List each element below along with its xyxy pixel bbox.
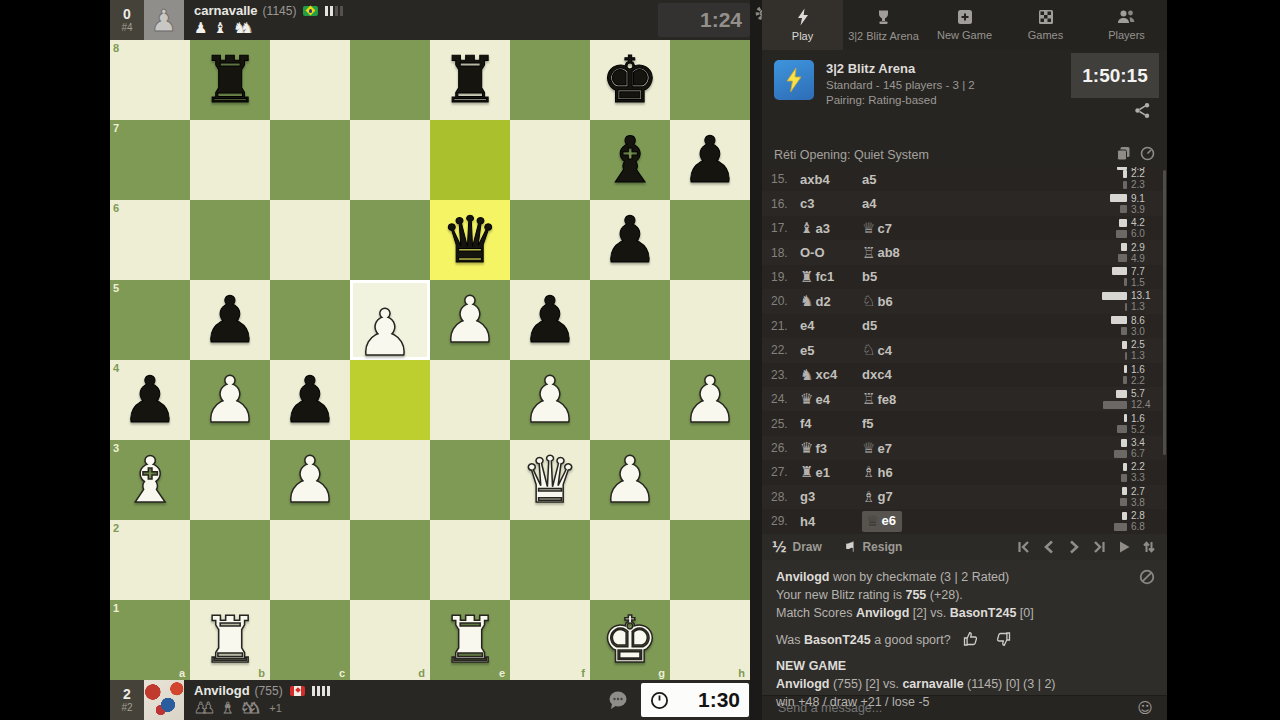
square-a8[interactable]: 8 [110,40,190,120]
black-rook-e8[interactable]: ♜ [430,40,510,120]
black-pawn-b5[interactable]: ♟ [190,280,270,360]
piece-icon: ♛ [800,390,813,408]
move-text: d5 [862,318,877,333]
piece-icon: ♕ [862,439,875,457]
square-a3[interactable]: 3♝ [110,440,190,520]
prev-move-button[interactable] [1041,539,1057,555]
white-bishop-a3[interactable]: ♝ [110,440,190,520]
white-pawn-g3[interactable]: ♟ [590,440,670,520]
move-list: 5.515.axb4a52.22.316.c3a49.13.917.♝a3♕c7… [762,167,1167,534]
move-text: f5 [862,416,874,431]
move-number: 28. [771,490,800,504]
white-move[interactable]: ♝a3 [800,219,862,237]
piece-icon: ♞ [800,366,813,384]
white-move[interactable]: ♞xc4 [800,366,862,384]
file-label: c [339,667,345,679]
square-c8[interactable] [270,40,350,120]
tab-label: New Game [937,29,992,41]
square-e3[interactable] [430,440,510,520]
captured-bishop: ♝ [221,699,234,717]
move-times: 8.63.0 [1111,315,1159,336]
move-number: 24. [771,392,800,406]
square-h4[interactable]: ♟ [670,360,750,440]
cycle-button[interactable] [1141,539,1157,555]
move-times: 2.94.9 [1118,242,1159,263]
bottom-player-bar: 2 #2 Anvilogd (755) ♟♟♝♞♞+1 [110,680,750,720]
rank-label: 1 [113,602,119,614]
square-e1[interactable]: e♜ [430,600,510,680]
black-rook-b8[interactable]: ♜ [190,40,270,120]
rank-label: 8 [113,42,119,54]
move-number: 16. [771,197,800,211]
square-h1[interactable]: h [670,600,750,680]
white-move[interactable]: O-O [800,245,862,260]
thumbs-up-icon[interactable] [963,631,979,647]
move-text: fc1 [815,269,834,284]
bolt-icon [795,8,811,26]
black-queen-e6[interactable]: ♛ [430,200,510,280]
move-text: ab8 [877,245,899,260]
square-f3[interactable]: ♛ [510,440,590,520]
top-nav: Play3|2 Blitz ArenaNew GameGamesPlayers [762,0,1167,50]
game-controls: ½ Draw ⚑ Resign [762,534,1167,560]
move-row-26: 26.♛f3♕e73.46.7 [762,436,1167,460]
piece-icon: ♗ [862,463,875,481]
rank-label: 7 [113,122,119,134]
move-text: xc4 [815,367,837,382]
move-text: axb4 [800,172,830,187]
move-row-17: 17.♝a3♕c74.26.0 [762,216,1167,240]
black-move[interactable]: ♕e7 [862,439,1114,457]
bottom-player-meta: Anvilogd (755) ♟♟♝♞♞+1 [194,683,330,717]
thumbs-down-icon[interactable] [995,631,1011,647]
move-number: 18. [771,246,800,260]
black-move[interactable]: b5 [862,269,1112,284]
chat-message: Match Scores Anvilogd [2] vs. BasonT245 … [776,605,1153,622]
play-button[interactable] [1116,539,1132,555]
file-label: a [179,667,185,679]
square-c5[interactable] [270,280,350,360]
tournament-rank: #4 [121,22,132,33]
trophy-icon [875,9,892,26]
move-text: f4 [800,416,812,431]
chess-board[interactable]: 8♜♜♚7♝♟6♛♟5♟♟♟♟4♟♟♟♟♟3♝♟♛♟21ab♜cde♜fg♚h [110,40,750,680]
file-label: e [499,667,505,679]
chat-panel: Anvilogd won by checkmate (3 | 2 Rated)Y… [762,560,1167,695]
black-move[interactable]: a5 [862,172,1123,187]
move-text: b5 [862,269,877,284]
move-text: h4 [800,514,815,529]
material-advantage: +1 [269,702,282,714]
square-d7[interactable] [350,120,430,200]
piece-icon: ♝ [800,219,813,237]
piece-icon: ♜ [800,463,813,481]
bottom-player-score: 2 #2 [110,680,144,720]
bottom-player-clock: 1:30 [641,683,749,717]
black-move[interactable]: ♗h6 [862,463,1121,481]
move-text: g3 [800,489,815,504]
square-e5[interactable]: ♟ [430,280,510,360]
move-times: 4.26.0 [1116,218,1159,239]
piece-icon: ♕ [866,512,879,530]
tab-label: Games [1028,29,1063,41]
move-number: 19. [771,270,800,284]
move-row-27: 27.♜e1♗h62.23.3 [762,460,1167,484]
white-move[interactable]: ♛e4 [800,390,862,408]
piece-icon: ♕ [862,219,875,237]
square-d8[interactable] [350,40,430,120]
draw-button[interactable]: Draw [793,540,822,554]
move-number: 25. [771,417,800,431]
white-queen-f3[interactable]: ♛ [510,440,590,520]
square-h2[interactable] [670,520,750,600]
file-label: h [738,667,745,679]
rank-label: 3 [113,442,119,454]
move-row-20: 20.♞d2♘b613.11.3 [762,289,1167,313]
tournament-pairing: Pairing: Rating-based [826,94,975,106]
square-e8[interactable]: ♜ [430,40,510,120]
opening-name: Réti Opening: Quiet System [774,148,929,162]
white-move[interactable]: ♞d2 [800,292,862,310]
chat-message: Anvilogd (755) [2] vs. carnavalle (1145)… [776,676,1153,693]
square-f8[interactable] [510,40,590,120]
move-row-21: 21.e4d58.63.0 [762,314,1167,338]
captured-bishop: ♝ [213,19,226,37]
square-d5[interactable]: ♟ [350,280,430,360]
sidebar: Play3|2 Blitz ArenaNew GameGamesPlayers … [762,0,1167,720]
people-icon [1117,9,1136,25]
move-text: h6 [877,465,892,480]
square-c6[interactable] [270,200,350,280]
piece-icon: ♗ [862,488,875,506]
square-b2[interactable] [190,520,270,600]
black-move[interactable]: ♕c7 [862,219,1116,237]
move-number: 21. [771,319,800,333]
white-move[interactable]: ♛f3 [800,439,862,457]
move-text: c3 [800,196,814,211]
file-label: f [581,667,585,679]
white-move[interactable]: e4 [800,318,862,333]
top-player-rating: (1145) [263,4,297,18]
share-icon[interactable] [1134,102,1151,119]
square-a2[interactable]: 2 [110,520,190,600]
piece-icon: ♘ [862,292,875,310]
white-move[interactable]: axb4 [800,172,862,187]
white-move[interactable]: ♜fc1 [800,268,862,286]
square-a6[interactable]: 6 [110,200,190,280]
move-text: e4 [815,392,829,407]
signal-bars [312,686,330,696]
square-c1[interactable]: c [270,600,350,680]
white-move[interactable]: e5 [800,343,862,358]
move-times: 2.86.8 [1114,511,1159,532]
tournament-score: 0 [123,7,131,22]
move-row-28: 28.g3♗g72.73.8 [762,485,1167,509]
piece-icon: ♖ [862,390,875,408]
lightning-bolt-icon [783,67,805,93]
square-d6[interactable] [350,200,430,280]
square-f2[interactable] [510,520,590,600]
rank-label: 5 [113,282,119,294]
move-times: 7.71.5 [1112,266,1159,287]
tournament-tile [774,60,814,100]
square-b1[interactable]: b♜ [190,600,270,680]
tab-label: Players [1108,29,1145,41]
square-b4[interactable]: ♟ [190,360,270,440]
checkerboard-icon [1038,9,1054,25]
captured-knights: ♞♞ [233,19,254,37]
square-g3[interactable]: ♟ [590,440,670,520]
white-move[interactable]: c3 [800,196,862,211]
square-b8[interactable]: ♜ [190,40,270,120]
black-king-g8[interactable]: ♚ [590,40,670,120]
square-h5[interactable] [670,280,750,360]
black-move[interactable]: ♖fe8 [862,390,1103,408]
tournament-score: 2 [123,687,131,702]
black-move[interactable]: ♖ab8 [862,244,1118,262]
clipped-move-row: 5.5 [1117,167,1159,173]
square-b3[interactable] [190,440,270,520]
square-b5[interactable]: ♟ [190,280,270,360]
move-number: 22. [771,343,800,357]
captured-knights: ♞♞ [240,699,261,717]
tournament-clock: 1:50:15 [1071,53,1159,98]
move-text: c7 [877,221,891,236]
top-player-clock: 1:24 [658,3,750,37]
square-g8[interactable]: ♚ [590,40,670,120]
move-times: 2.51.3 [1122,340,1159,361]
bottom-player-name[interactable]: Anvilogd [194,683,250,698]
move-times: 1.65.2 [1117,413,1159,434]
move-text: a3 [815,221,829,236]
white-pawn-e5[interactable]: ♟ [430,280,510,360]
move-text: fe8 [877,392,896,407]
square-g2[interactable] [590,520,670,600]
move-number: 26. [771,441,800,455]
top-player-avatar[interactable]: ♟ [144,0,184,40]
white-move[interactable]: g3 [800,489,862,504]
square-b6[interactable] [190,200,270,280]
white-pawn-c3[interactable]: ♟ [270,440,350,520]
resign-button[interactable]: Resign [862,540,902,554]
half-point-icon: ½ [772,539,787,555]
last-move-button[interactable] [1091,539,1107,555]
tab-new-game[interactable]: New Game [924,0,1005,50]
tab-label: 3|2 Blitz Arena [848,30,919,42]
black-pawn-f5[interactable]: ♟ [510,280,590,360]
square-f4[interactable]: ♟ [510,360,590,440]
square-d3[interactable] [350,440,430,520]
square-h3[interactable] [670,440,750,520]
square-e2[interactable] [430,520,510,600]
clock-icon [650,691,669,710]
bottom-player-rating: (755) [255,684,283,698]
black-move[interactable]: dxc4 [862,367,1123,382]
piece-icon: ♖ [862,244,875,262]
tab-games[interactable]: Games [1005,0,1086,50]
black-move[interactable]: f5 [862,416,1117,431]
square-e4[interactable] [430,360,510,440]
brazil-flag-icon [303,6,318,16]
gauge-icon[interactable] [1140,146,1155,161]
captured-pawn: ♟ [194,19,207,37]
move-text: a5 [862,172,876,187]
move-times: 2.23.3 [1121,462,1159,483]
square-f7[interactable] [510,120,590,200]
file-label: d [418,667,425,679]
square-g5[interactable] [590,280,670,360]
signal-bars [325,6,343,16]
move-text: dxc4 [862,367,892,382]
bottom-clock-time: 1:30 [698,688,740,712]
file-label: b [258,667,265,679]
move-times: 13.11.3 [1102,291,1159,312]
resign-flag-icon: ⚑ [844,539,857,555]
square-e7[interactable] [430,120,510,200]
square-e6[interactable]: ♛ [430,200,510,280]
new-game-header: NEW GAME [776,658,1153,675]
move-text: e4 [800,318,814,333]
square-g6[interactable]: ♟ [590,200,670,280]
black-move[interactable]: ♘b6 [862,292,1102,310]
square-h7[interactable]: ♟ [670,120,750,200]
move-number: 27. [771,465,800,479]
tournament-rank: #2 [121,702,132,713]
square-c4[interactable]: ♟ [270,360,350,440]
letterbox-right [1167,0,1280,720]
square-d2[interactable] [350,520,430,600]
square-h8[interactable] [670,40,750,120]
file-label: g [658,667,665,679]
move-text: a4 [862,196,876,211]
move-times: 9.13.9 [1110,193,1159,214]
next-move-button[interactable] [1066,539,1082,555]
rank-label: 6 [113,202,119,214]
captured-pieces-top: ♟♝♞♞ [194,19,343,37]
chat-message: Was BasonT245 a good sport? [776,631,1153,649]
move-text: g7 [877,489,892,504]
move-row-22: 22.e5♘c42.51.3 [762,338,1167,362]
rank-label: 4 [113,362,119,374]
white-move[interactable]: h4 [800,514,862,529]
square-g7[interactable]: ♝ [590,120,670,200]
move-number: 20. [771,294,800,308]
current-move-chip[interactable]: ♕e6 [862,511,902,532]
move-times: 3.46.7 [1114,438,1159,459]
move-text: f3 [815,441,827,456]
move-times: 2.73.8 [1120,486,1159,507]
square-g4[interactable] [590,360,670,440]
white-move[interactable]: f4 [800,416,862,431]
black-pawn-c4[interactable]: ♟ [270,360,350,440]
square-c3[interactable]: ♟ [270,440,350,520]
book-icon[interactable] [1116,146,1131,161]
white-pawn-b4[interactable]: ♟ [190,360,270,440]
white-pawn-f4[interactable]: ♟ [510,360,590,440]
scrollbar[interactable] [1163,170,1166,455]
square-f5[interactable]: ♟ [510,280,590,360]
top-player-meta: carnavalle (1145) ♟♝♞♞ [194,3,343,37]
bottom-player-avatar[interactable] [144,680,184,720]
mute-chat-icon[interactable] [1139,569,1155,585]
square-h6[interactable] [670,200,750,280]
square-b7[interactable] [190,120,270,200]
piece-icon: ♞ [800,292,813,310]
black-pawn-a4[interactable]: ♟ [110,360,190,440]
move-row-19: 19.♜fc1b57.71.5 [762,265,1167,289]
tournament-details: Standard - 145 players - 3 | 2 [826,79,975,91]
square-f1[interactable]: f [510,600,590,680]
top-player-score: 0 #4 [110,0,144,40]
square-c7[interactable] [270,120,350,200]
top-player-bar: 0 #4 ♟ carnavalle (1145) ♟♝♞♞ 1:24 [110,0,750,40]
square-a7[interactable]: 7 [110,120,190,200]
sportsmanship-buttons [963,631,1011,647]
tab-players[interactable]: Players [1086,0,1167,50]
square-d1[interactable]: d [350,600,430,680]
white-pawn-d5[interactable]: ♟ [345,293,425,373]
square-c2[interactable] [270,520,350,600]
tab-3-2-blitz-arena[interactable]: 3|2 Blitz Arena [843,0,924,50]
captured-pieces-bottom: ♟♟♝♞♞+1 [194,699,330,717]
move-row-24: 24.♛e4♖fe85.712.4 [762,387,1167,411]
square-g1[interactable]: g♚ [590,600,670,680]
first-move-button[interactable] [1016,539,1032,555]
black-pawn-g6[interactable]: ♟ [590,200,670,280]
move-times: 1.62.2 [1123,364,1159,385]
canada-flag-icon [290,686,305,696]
opening-row: Réti Opening: Quiet System [762,143,1167,167]
black-move[interactable]: a4 [862,196,1110,211]
letterbox-left [0,0,110,720]
piece-icon: ♛ [800,439,813,457]
move-row-15: 15.axb4a52.22.3 [762,167,1167,191]
square-a4[interactable]: 4♟ [110,360,190,440]
move-row-29: 29.h4♕e62.86.8 [762,509,1167,533]
move-text: e7 [877,441,891,456]
black-move[interactable]: ♗g7 [862,488,1120,506]
chat-message: win +48 / draw +21 / lose -5 [776,694,1153,711]
move-text: O-O [800,245,825,260]
black-bishop-g7[interactable]: ♝ [590,120,670,200]
square-a5[interactable]: 5 [110,280,190,360]
move-number: 23. [771,368,800,382]
move-row-18: 18.O-O♖ab82.94.9 [762,240,1167,264]
black-move[interactable]: ♕e6 [862,511,1114,532]
square-a1[interactable]: 1a [110,600,190,680]
chat-bubble-icon[interactable] [607,689,629,711]
tournament-texts: 3|2 Blitz Arena Standard - 145 players -… [826,60,975,133]
white-move[interactable]: ♜e1 [800,463,862,481]
move-number: 15. [771,172,800,186]
square-f6[interactable] [510,200,590,280]
move-text: d2 [815,294,830,309]
move-text: e6 [881,513,895,528]
move-row-23: 23.♞xc4dxc41.62.2 [762,363,1167,387]
rank-label: 2 [113,522,119,534]
black-pawn-h7[interactable]: ♟ [670,120,750,200]
black-move[interactable]: d5 [862,318,1111,333]
move-number: 29. [771,514,800,528]
top-player-name[interactable]: carnavalle [194,3,258,18]
black-move[interactable]: ♘c4 [862,341,1122,359]
white-pawn-h4[interactable]: ♟ [670,360,750,440]
move-number: 17. [771,221,800,235]
game-area: 0 #4 ♟ carnavalle (1145) ♟♝♞♞ 1:24 8♜♜♚7… [110,0,750,720]
tournament-banner[interactable]: 3|2 Blitz Arena Standard - 145 players -… [762,50,1167,143]
tab-play[interactable]: Play [762,0,843,50]
app-stage: 0 #4 ♟ carnavalle (1145) ♟♝♞♞ 1:24 8♜♜♚7… [0,0,1280,720]
